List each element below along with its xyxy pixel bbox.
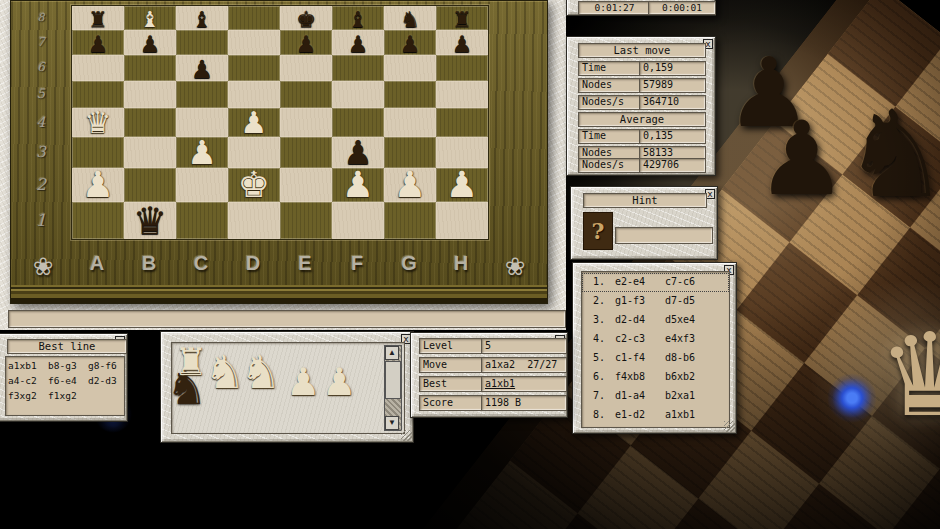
square-b4[interactable]: [124, 108, 176, 137]
board-area: ♜♝♝♚♝♞♜♟♟♟♟♟♟♟♛♟♟♟♟♚♟♟♟♛ 87654321 ABCDEF…: [0, 0, 566, 330]
piece-white-pawn[interactable]: ♟: [436, 167, 488, 203]
file-label-c: C: [175, 241, 227, 285]
piece-white-king[interactable]: ♚: [228, 167, 280, 203]
move-row[interactable]: 3.d2-d4d5xe4: [582, 311, 729, 330]
piece-black-bishop[interactable]: ♝: [332, 9, 384, 31]
square-g4[interactable]: [384, 108, 436, 137]
square-c7[interactable]: [176, 30, 228, 55]
square-f1[interactable]: [332, 202, 384, 239]
square-d5[interactable]: [228, 81, 280, 108]
question-mark-icon[interactable]: ?: [583, 212, 613, 250]
best-line-panel: x Best line a1xb1 b8-g3 g8-f6a4-c2 f6-e4…: [0, 333, 128, 422]
captured-white-knight: ♞: [204, 349, 245, 395]
piece-black-pawn[interactable]: ♟: [384, 33, 436, 56]
rank-label-3: 3: [19, 136, 63, 167]
piece-black-rook[interactable]: ♜: [72, 9, 124, 31]
black-move: d8-b6: [665, 350, 715, 367]
scrollbar-thumb[interactable]: [385, 361, 401, 399]
piece-black-rook[interactable]: ♜: [436, 9, 488, 31]
resize-grip[interactable]: [724, 421, 735, 432]
best-line-row: a4-c2 f6-e4 d2-d3: [8, 373, 122, 388]
square-b6[interactable]: [124, 55, 176, 81]
move-value: a1xa2 27/27: [481, 357, 567, 373]
square-a8[interactable]: ♜: [72, 6, 124, 30]
piece-black-knight[interactable]: ♞: [384, 9, 436, 31]
square-d7[interactable]: [228, 30, 280, 55]
square-e5[interactable]: [280, 81, 332, 108]
best-value: a1xb1: [481, 376, 567, 392]
move-list-panel: x 1.e2-e4c7-c62.g1-f3d7-d53.d2-d4d5xe44.…: [572, 262, 737, 434]
square-c5[interactable]: [176, 81, 228, 108]
rank-label-1: 1: [19, 201, 63, 238]
piece-white-pawn[interactable]: ♟: [72, 167, 124, 203]
average-title: Average: [578, 112, 706, 127]
square-c3[interactable]: ♟: [176, 137, 228, 168]
square-f7[interactable]: ♟: [332, 30, 384, 55]
square-h7[interactable]: ♟: [436, 30, 488, 55]
file-labels: ABCDEFGH: [71, 241, 487, 285]
avg-time-value: 0,135: [639, 129, 706, 144]
avg-time-label: Time: [578, 129, 642, 144]
time-label: Time: [578, 61, 642, 76]
panel-title: Last move: [578, 43, 706, 58]
avg-nps-label: Nodes/s: [578, 158, 642, 173]
chess-app-window: ♟ ♟ ♞ ♛ ♜♝♝♚♝♞♜♟♟♟♟♟♟♟♛♟♟♟♟♚♟♟♟♛ 8765432…: [0, 0, 940, 529]
square-e2[interactable]: [280, 168, 332, 202]
square-h2[interactable]: ♟: [436, 168, 488, 202]
square-a6[interactable]: [72, 55, 124, 81]
square-c8[interactable]: ♝: [176, 6, 228, 30]
best-label: Best: [419, 376, 483, 392]
avg-nps-value: 429706: [639, 158, 706, 173]
move-row[interactable]: 5.c1-f4d8-b6: [582, 349, 729, 368]
square-d4[interactable]: ♟: [228, 108, 280, 137]
black-move: e4xf3: [665, 331, 715, 348]
best-line-moves: a1xb1 b8-g3 g8-f6a4-c2 f6-e4 d2-d3f3xg2 …: [5, 356, 125, 416]
square-b7[interactable]: ♟: [124, 30, 176, 55]
rank-label-2: 2: [19, 167, 63, 201]
square-h5[interactable]: [436, 81, 488, 108]
move-number: 4.: [583, 331, 605, 348]
white-move: e2-e4: [615, 274, 665, 291]
rank-label-4: 4: [19, 107, 63, 136]
black-move: b6xb2: [665, 369, 715, 386]
move-row[interactable]: 4.c2-c3e4xf3: [582, 330, 729, 349]
captured-white-knight: ♞: [240, 349, 281, 395]
file-label-b: B: [123, 241, 175, 285]
flower-ornament-icon: ❀: [489, 239, 541, 289]
resize-grip[interactable]: [401, 430, 412, 441]
piece-black-queen[interactable]: ♛: [124, 202, 176, 240]
square-b8[interactable]: ♝: [124, 6, 176, 30]
square-a2[interactable]: ♟: [72, 168, 124, 202]
move-number: 3.: [583, 312, 605, 329]
piece-white-queen[interactable]: ♛: [72, 108, 124, 138]
file-label-f: F: [331, 241, 383, 285]
best-line-row: a1xb1 b8-g3 g8-f6: [8, 358, 122, 373]
rank-label-8: 8: [19, 5, 63, 29]
hint-value-field: [615, 227, 713, 244]
captured-white-pawn: ♟: [322, 363, 356, 401]
move-row[interactable]: 1.e2-e4c7-c6: [582, 273, 729, 292]
move-number: 1.: [583, 274, 605, 291]
last-move-panel: x Last move Time 0,159 Nodes 57989 Nodes…: [566, 36, 716, 176]
square-d6[interactable]: [228, 55, 280, 81]
file-label-a: A: [71, 241, 123, 285]
piece-black-pawn[interactable]: ♟: [72, 33, 124, 56]
square-b1[interactable]: ♛: [124, 202, 176, 239]
board-frame-molding: [11, 285, 547, 303]
file-label-d: D: [227, 241, 279, 285]
square-f6[interactable]: [332, 55, 384, 81]
file-label-g: G: [383, 241, 435, 285]
board-status-field: [8, 310, 566, 328]
rank-label-7: 7: [19, 29, 63, 54]
white-move: d1-a4: [615, 388, 665, 405]
captured-white-pawn: ♟: [286, 363, 320, 401]
nps-label: Nodes/s: [578, 95, 642, 110]
hint-title: Hint: [583, 193, 707, 208]
scroll-up-icon[interactable]: ▲: [385, 346, 399, 360]
move-list: 1.e2-e4c7-c62.g1-f3d7-d53.d2-d4d5xe44.c2…: [581, 271, 730, 428]
piece-white-bishop[interactable]: ♝: [124, 9, 176, 31]
move-number: 2.: [583, 293, 605, 310]
square-h4[interactable]: [436, 108, 488, 137]
best-line-row: f3xg2 f1xg2: [8, 388, 122, 403]
square-e1[interactable]: [280, 202, 332, 239]
clock-panel: 0:01:27 0:00:01: [566, 0, 716, 16]
white-move: e1-d2: [615, 407, 665, 424]
captured-pieces-tray: ♟♟♞♞♞♜ ▲ ▼: [171, 342, 405, 434]
square-f8[interactable]: ♝: [332, 6, 384, 30]
square-e7[interactable]: ♟: [280, 30, 332, 55]
captured-white-rook: ♜: [174, 343, 208, 381]
square-g2[interactable]: ♟: [384, 168, 436, 202]
engine-panel: x Level 5 Move a1xa2 27/27 Best a1xb1 Sc…: [410, 332, 568, 418]
board-squares: ♜♝♝♚♝♞♜♟♟♟♟♟♟♟♛♟♟♟♟♚♟♟♟♛: [71, 5, 489, 240]
white-move: c2-c3: [615, 331, 665, 348]
scroll-down-icon[interactable]: ▼: [385, 416, 399, 430]
square-e8[interactable]: ♚: [280, 6, 332, 30]
move-row[interactable]: 8.e1-d2a1xb1: [582, 406, 729, 425]
square-h8[interactable]: ♜: [436, 6, 488, 30]
piece-white-pawn[interactable]: ♟: [384, 167, 436, 203]
move-number: 6.: [583, 369, 605, 386]
black-move: b2xa1: [665, 388, 715, 405]
square-d1[interactable]: [228, 202, 280, 239]
move-number: 5.: [583, 350, 605, 367]
file-label-h: H: [435, 241, 487, 285]
square-a1[interactable]: [72, 202, 124, 239]
square-h6[interactable]: [436, 55, 488, 81]
square-a4[interactable]: ♛: [72, 108, 124, 137]
white-move: d2-d4: [615, 312, 665, 329]
square-c1[interactable]: [176, 202, 228, 239]
rank-label-6: 6: [19, 54, 63, 80]
black-move: c7-c6: [665, 274, 715, 291]
piece-black-pawn[interactable]: ♟: [436, 33, 488, 56]
nps-value: 364710: [639, 95, 706, 110]
square-e3[interactable]: [280, 137, 332, 168]
black-move: d5xe4: [665, 312, 715, 329]
move-row[interactable]: 7.d1-a4b2xa1: [582, 387, 729, 406]
clock-right: 0:00:01: [648, 1, 716, 15]
black-move: a1xb1: [665, 407, 715, 424]
square-g1[interactable]: [384, 202, 436, 239]
piece-black-pawn[interactable]: ♟: [176, 57, 228, 82]
background-queen-icon: ♛: [878, 318, 940, 433]
nodes-value: 57989: [639, 78, 706, 93]
square-g7[interactable]: ♟: [384, 30, 436, 55]
square-g5[interactable]: [384, 81, 436, 108]
captured-pieces-panel: x ♟♟♞♞♞♜ ▲ ▼: [160, 331, 414, 443]
score-label: Score: [419, 395, 483, 411]
move-number: 7.: [583, 388, 605, 405]
square-c2[interactable]: [176, 168, 228, 202]
square-b2[interactable]: [124, 168, 176, 202]
move-row[interactable]: 6.f4xb8b6xb2: [582, 368, 729, 387]
nodes-label: Nodes: [578, 78, 642, 93]
square-f5[interactable]: [332, 81, 384, 108]
move-number: 8.: [583, 407, 605, 424]
square-d8[interactable]: [228, 6, 280, 30]
piece-white-pawn[interactable]: ♟: [228, 108, 280, 138]
level-value: 5: [481, 338, 567, 354]
move-label: Move: [419, 357, 483, 373]
white-move: g1-f3: [615, 293, 665, 310]
white-move: c1-f4: [615, 350, 665, 367]
square-b5[interactable]: [124, 81, 176, 108]
square-b3[interactable]: [124, 137, 176, 168]
white-move: f4xb8: [615, 369, 665, 386]
square-c6[interactable]: ♟: [176, 55, 228, 81]
piece-black-king[interactable]: ♚: [280, 9, 332, 31]
square-g6[interactable]: [384, 55, 436, 81]
square-d2[interactable]: ♚: [228, 168, 280, 202]
clock-left: 0:01:27: [578, 1, 651, 15]
black-move: d7-d5: [665, 293, 715, 310]
square-h1[interactable]: [436, 202, 488, 239]
piece-black-pawn[interactable]: ♟: [332, 33, 384, 56]
file-label-e: E: [279, 241, 331, 285]
piece-black-pawn[interactable]: ♟: [124, 33, 176, 56]
square-g8[interactable]: ♞: [384, 6, 436, 30]
move-row[interactable]: 2.g1-f3d7-d5: [582, 292, 729, 311]
square-e4[interactable]: [280, 108, 332, 137]
flower-ornament-icon: ❀: [17, 239, 69, 289]
piece-black-pawn[interactable]: ♟: [280, 33, 332, 56]
level-label: Level: [419, 338, 483, 354]
best-line-title: Best line: [7, 339, 127, 354]
blue-orb-effect: [827, 373, 877, 423]
square-f2[interactable]: ♟: [332, 168, 384, 202]
piece-white-pawn[interactable]: ♟: [176, 136, 228, 169]
chess-board: ♜♝♝♚♝♞♜♟♟♟♟♟♟♟♛♟♟♟♟♚♟♟♟♛ 87654321 ABCDEF…: [10, 0, 548, 304]
square-a5[interactable]: [72, 81, 124, 108]
piece-black-bishop[interactable]: ♝: [176, 9, 228, 31]
tray-scrollbar[interactable]: ▲ ▼: [384, 345, 402, 431]
square-a7[interactable]: ♟: [72, 30, 124, 55]
hint-panel: x Hint ?: [570, 186, 718, 260]
rank-label-5: 5: [19, 80, 63, 107]
square-e6[interactable]: [280, 55, 332, 81]
time-value: 0,159: [639, 61, 706, 76]
piece-white-pawn[interactable]: ♟: [332, 167, 384, 203]
score-value: 1198 B: [481, 395, 567, 411]
